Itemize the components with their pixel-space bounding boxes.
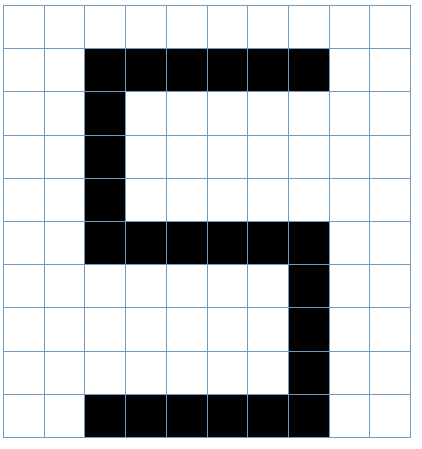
grid-cell-r5-c2-filled: [85, 222, 125, 264]
grid-cell-r2-c2-filled: [85, 92, 125, 134]
grid-cell-r8-c7-filled: [289, 352, 329, 394]
grid-cell-r7-c3-empty: [126, 308, 166, 350]
grid-cell-r9-c5-filled: [208, 395, 248, 437]
grid-cell-r9-c6-filled: [248, 395, 288, 437]
grid-cell-r1-c1-empty: [45, 49, 85, 91]
grid-cell-r1-c8-empty: [330, 49, 370, 91]
grid-cell-r3-c2-filled: [85, 136, 125, 178]
grid-cell-r6-c0-empty: [4, 265, 44, 307]
grid-cell-r4-c4-empty: [167, 179, 207, 221]
grid-cell-r4-c1-empty: [45, 179, 85, 221]
grid-cell-r0-c0-empty: [4, 6, 44, 48]
grid-cell-r8-c9-empty: [370, 352, 410, 394]
grid-cell-r1-c9-empty: [370, 49, 410, 91]
grid-cell-r1-c7-filled: [289, 49, 329, 91]
grid-cell-r0-c6-empty: [248, 6, 288, 48]
grid-cell-r3-c7-empty: [289, 136, 329, 178]
grid-cell-r5-c1-empty: [45, 222, 85, 264]
grid-cell-r8-c2-empty: [85, 352, 125, 394]
grid-cell-r1-c2-filled: [85, 49, 125, 91]
grid-cell-r1-c6-filled: [248, 49, 288, 91]
grid-cell-r8-c0-empty: [4, 352, 44, 394]
grid-cell-r8-c4-empty: [167, 352, 207, 394]
grid-cell-r3-c6-empty: [248, 136, 288, 178]
grid-cell-r6-c3-empty: [126, 265, 166, 307]
grid-cell-r0-c2-empty: [85, 6, 125, 48]
grid-cell-r3-c1-empty: [45, 136, 85, 178]
grid-cell-r3-c4-empty: [167, 136, 207, 178]
grid-cell-r3-c3-empty: [126, 136, 166, 178]
grid-cell-r1-c5-filled: [208, 49, 248, 91]
pixel-grid-screen: [0, 0, 422, 449]
grid-cell-r1-c4-filled: [167, 49, 207, 91]
grid-cell-r2-c3-empty: [126, 92, 166, 134]
grid-cell-r1-c3-filled: [126, 49, 166, 91]
grid-cell-r7-c4-empty: [167, 308, 207, 350]
grid-cell-r5-c6-filled: [248, 222, 288, 264]
grid-cell-r7-c5-empty: [208, 308, 248, 350]
grid-cell-r0-c3-empty: [126, 6, 166, 48]
grid-cell-r5-c5-filled: [208, 222, 248, 264]
grid-cell-r4-c2-filled: [85, 179, 125, 221]
grid-cell-r2-c9-empty: [370, 92, 410, 134]
grid-cell-r8-c5-empty: [208, 352, 248, 394]
grid-cell-r6-c4-empty: [167, 265, 207, 307]
grid-cell-r2-c7-empty: [289, 92, 329, 134]
grid-cell-r9-c3-filled: [126, 395, 166, 437]
grid-cell-r9-c1-empty: [45, 395, 85, 437]
grid-cell-r2-c4-empty: [167, 92, 207, 134]
grid-cell-r5-c9-empty: [370, 222, 410, 264]
grid-cell-r6-c1-empty: [45, 265, 85, 307]
grid-cell-r3-c8-empty: [330, 136, 370, 178]
grid-cell-r9-c7-filled: [289, 395, 329, 437]
grid-cell-r7-c7-filled: [289, 308, 329, 350]
grid-cell-r8-c8-empty: [330, 352, 370, 394]
grid-cell-r9-c9-empty: [370, 395, 410, 437]
grid-cell-r6-c9-empty: [370, 265, 410, 307]
grid-cell-r9-c8-empty: [330, 395, 370, 437]
grid-cell-r3-c9-empty: [370, 136, 410, 178]
grid-cell-r4-c0-empty: [4, 179, 44, 221]
pixel-grid-board: [3, 5, 411, 438]
grid-cell-r6-c2-empty: [85, 265, 125, 307]
grid-cell-r6-c6-empty: [248, 265, 288, 307]
grid-cell-r2-c8-empty: [330, 92, 370, 134]
grid-cell-r7-c8-empty: [330, 308, 370, 350]
grid-cell-r0-c5-empty: [208, 6, 248, 48]
grid-cell-r4-c9-empty: [370, 179, 410, 221]
grid-cell-r7-c9-empty: [370, 308, 410, 350]
grid-cell-r7-c6-empty: [248, 308, 288, 350]
grid-cell-r5-c4-filled: [167, 222, 207, 264]
grid-cell-r7-c2-empty: [85, 308, 125, 350]
grid-cell-r2-c5-empty: [208, 92, 248, 134]
grid-cell-r4-c3-empty: [126, 179, 166, 221]
grid-cell-r7-c1-empty: [45, 308, 85, 350]
grid-cell-r2-c0-empty: [4, 92, 44, 134]
grid-cell-r4-c5-empty: [208, 179, 248, 221]
grid-cell-r2-c1-empty: [45, 92, 85, 134]
grid-cell-r5-c7-filled: [289, 222, 329, 264]
grid-cell-r4-c6-empty: [248, 179, 288, 221]
grid-cell-r0-c7-empty: [289, 6, 329, 48]
grid-cell-r8-c3-empty: [126, 352, 166, 394]
grid-cell-r1-c0-empty: [4, 49, 44, 91]
grid-cell-r6-c7-filled: [289, 265, 329, 307]
grid-cell-r4-c8-empty: [330, 179, 370, 221]
grid-cell-r6-c8-empty: [330, 265, 370, 307]
grid-cell-r3-c5-empty: [208, 136, 248, 178]
grid-cell-r6-c5-empty: [208, 265, 248, 307]
grid-cell-r4-c7-empty: [289, 179, 329, 221]
grid-cell-r0-c4-empty: [167, 6, 207, 48]
grid-cell-r8-c6-empty: [248, 352, 288, 394]
grid-cell-r5-c0-empty: [4, 222, 44, 264]
grid-cell-r3-c0-empty: [4, 136, 44, 178]
grid-cell-r7-c0-empty: [4, 308, 44, 350]
grid-cell-r2-c6-empty: [248, 92, 288, 134]
grid-cell-r9-c2-filled: [85, 395, 125, 437]
grid-cell-r5-c3-filled: [126, 222, 166, 264]
grid-cell-r0-c1-empty: [45, 6, 85, 48]
grid-cell-r9-c0-empty: [4, 395, 44, 437]
grid-cell-r5-c8-empty: [330, 222, 370, 264]
grid-cell-r0-c9-empty: [370, 6, 410, 48]
grid-cell-r8-c1-empty: [45, 352, 85, 394]
grid-cell-r0-c8-empty: [330, 6, 370, 48]
grid-cell-r9-c4-filled: [167, 395, 207, 437]
